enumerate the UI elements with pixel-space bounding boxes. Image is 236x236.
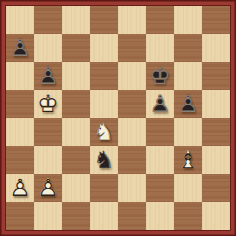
square-a3[interactable]: [6, 146, 34, 174]
square-c7[interactable]: [62, 34, 90, 62]
square-b2[interactable]: ♟♙: [34, 174, 62, 202]
square-b8[interactable]: [34, 6, 62, 34]
white-king-piece[interactable]: ♚: [34, 90, 62, 118]
square-f7[interactable]: [146, 34, 174, 62]
black-pawn-piece[interactable]: ♟: [6, 34, 34, 62]
black-pawn-piece[interactable]: ♟: [174, 90, 202, 118]
square-f3[interactable]: [146, 146, 174, 174]
square-d2[interactable]: [90, 174, 118, 202]
square-d3[interactable]: ♞♘: [90, 146, 118, 174]
square-a2[interactable]: ♟♙: [6, 174, 34, 202]
square-h6[interactable]: [202, 62, 230, 90]
white-pawn-piece[interactable]: ♟: [34, 174, 62, 202]
black-knight-piece[interactable]: ♞: [90, 146, 118, 174]
square-b4[interactable]: [34, 118, 62, 146]
square-e6[interactable]: [118, 62, 146, 90]
square-d6[interactable]: [90, 62, 118, 90]
square-b7[interactable]: [34, 34, 62, 62]
square-d5[interactable]: [90, 90, 118, 118]
square-a8[interactable]: [6, 6, 34, 34]
square-d1[interactable]: [90, 202, 118, 230]
square-g6[interactable]: [174, 62, 202, 90]
square-a4[interactable]: [6, 118, 34, 146]
square-c8[interactable]: [62, 6, 90, 34]
square-a7[interactable]: ♟♙: [6, 34, 34, 62]
square-f4[interactable]: [146, 118, 174, 146]
square-b5[interactable]: ♚♔: [34, 90, 62, 118]
square-h2[interactable]: [202, 174, 230, 202]
square-h3[interactable]: [202, 146, 230, 174]
square-g8[interactable]: [174, 6, 202, 34]
square-e3[interactable]: [118, 146, 146, 174]
square-g4[interactable]: [174, 118, 202, 146]
square-e8[interactable]: [118, 6, 146, 34]
white-bishop-piece[interactable]: ♝: [174, 146, 202, 174]
square-d7[interactable]: [90, 34, 118, 62]
square-c5[interactable]: [62, 90, 90, 118]
white-knight-piece[interactable]: ♞: [90, 118, 118, 146]
square-f1[interactable]: [146, 202, 174, 230]
square-e7[interactable]: [118, 34, 146, 62]
square-d8[interactable]: [90, 6, 118, 34]
square-f2[interactable]: [146, 174, 174, 202]
square-a5[interactable]: [6, 90, 34, 118]
square-g7[interactable]: [174, 34, 202, 62]
black-pawn-piece[interactable]: ♟: [146, 90, 174, 118]
chess-board: ♟♙♟♙♚♔♚♔♟♙♟♙♞♘♞♘♝♗♟♙♟♙: [6, 6, 230, 230]
square-c1[interactable]: [62, 202, 90, 230]
square-h5[interactable]: [202, 90, 230, 118]
square-a1[interactable]: [6, 202, 34, 230]
square-d4[interactable]: ♞♘: [90, 118, 118, 146]
black-king-piece[interactable]: ♚: [146, 62, 174, 90]
square-h1[interactable]: [202, 202, 230, 230]
square-e1[interactable]: [118, 202, 146, 230]
square-f8[interactable]: [146, 6, 174, 34]
white-pawn-piece[interactable]: ♟: [6, 174, 34, 202]
square-e5[interactable]: [118, 90, 146, 118]
square-a6[interactable]: [6, 62, 34, 90]
square-h4[interactable]: [202, 118, 230, 146]
square-b1[interactable]: [34, 202, 62, 230]
square-g3[interactable]: ♝♗: [174, 146, 202, 174]
square-c2[interactable]: [62, 174, 90, 202]
square-h8[interactable]: [202, 6, 230, 34]
board-frame: ♟♙♟♙♚♔♚♔♟♙♟♙♞♘♞♘♝♗♟♙♟♙: [0, 0, 236, 236]
square-f6[interactable]: ♚♔: [146, 62, 174, 90]
square-h7[interactable]: [202, 34, 230, 62]
square-g5[interactable]: ♟♙: [174, 90, 202, 118]
square-e2[interactable]: [118, 174, 146, 202]
square-f5[interactable]: ♟♙: [146, 90, 174, 118]
square-b6[interactable]: ♟♙: [34, 62, 62, 90]
square-c6[interactable]: [62, 62, 90, 90]
square-b3[interactable]: [34, 146, 62, 174]
square-g1[interactable]: [174, 202, 202, 230]
square-g2[interactable]: [174, 174, 202, 202]
square-c3[interactable]: [62, 146, 90, 174]
square-c4[interactable]: [62, 118, 90, 146]
square-e4[interactable]: [118, 118, 146, 146]
black-pawn-piece[interactable]: ♟: [34, 62, 62, 90]
